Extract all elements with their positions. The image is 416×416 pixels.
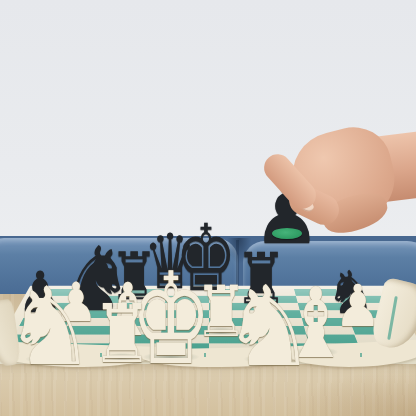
hand [0, 0, 416, 416]
chess-photo-scene: ♛♚♜♜♞♟♞♟♟♝♜♝♚♜♞♞ ♟ [0, 0, 416, 416]
